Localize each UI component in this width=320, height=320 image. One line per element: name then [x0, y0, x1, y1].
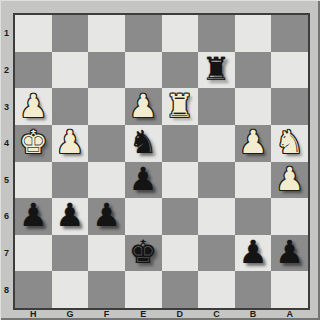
square-e7[interactable]: ♚: [125, 235, 162, 272]
square-b3[interactable]: [235, 88, 272, 125]
square-c5[interactable]: [198, 162, 235, 199]
square-b8[interactable]: [235, 271, 272, 308]
rank-label-6: 6: [0, 198, 13, 235]
square-d8[interactable]: [162, 271, 199, 308]
square-f1[interactable]: [88, 15, 125, 52]
black-pawn-a7[interactable]: ♟: [275, 236, 304, 268]
square-c6[interactable]: [198, 198, 235, 235]
square-b2[interactable]: [235, 52, 272, 89]
square-d6[interactable]: [162, 198, 199, 235]
square-b6[interactable]: [235, 198, 272, 235]
square-h2[interactable]: [15, 52, 52, 89]
rank-label-1: 1: [0, 15, 13, 52]
square-b7[interactable]: ♟: [235, 235, 272, 272]
file-label-D: D: [162, 309, 199, 319]
rank-label-5: 5: [0, 162, 13, 199]
square-a4[interactable]: ♞: [271, 125, 308, 162]
square-e2[interactable]: [125, 52, 162, 89]
square-f7[interactable]: [88, 235, 125, 272]
square-d1[interactable]: [162, 15, 199, 52]
black-pawn-g6[interactable]: ♟: [56, 199, 85, 231]
file-label-C: C: [198, 309, 235, 319]
square-f2[interactable]: [88, 52, 125, 89]
square-h4[interactable]: ♚: [15, 125, 52, 162]
square-g8[interactable]: [52, 271, 89, 308]
square-a7[interactable]: ♟: [271, 235, 308, 272]
file-label-G: G: [52, 309, 89, 319]
white-pawn-b4[interactable]: ♟: [239, 126, 268, 158]
square-h1[interactable]: [15, 15, 52, 52]
square-f5[interactable]: [88, 162, 125, 199]
square-b4[interactable]: ♟: [235, 125, 272, 162]
square-f3[interactable]: [88, 88, 125, 125]
white-pawn-h3[interactable]: ♟: [19, 90, 48, 122]
square-c4[interactable]: [198, 125, 235, 162]
black-king-e7[interactable]: ♚: [129, 236, 158, 268]
white-pawn-g4[interactable]: ♟: [56, 126, 85, 158]
square-d2[interactable]: [162, 52, 199, 89]
square-h3[interactable]: ♟: [15, 88, 52, 125]
black-pawn-f6[interactable]: ♟: [92, 199, 121, 231]
rank-label-8: 8: [0, 271, 13, 308]
square-g7[interactable]: [52, 235, 89, 272]
chessboard-frame: ♜♟♟♜♚♟♞♟♞♟♟♟♟♟♚♟♟ 12345678HGFEDCBA: [0, 0, 320, 320]
square-g2[interactable]: [52, 52, 89, 89]
square-d7[interactable]: [162, 235, 199, 272]
square-c8[interactable]: [198, 271, 235, 308]
square-a2[interactable]: [271, 52, 308, 89]
square-h6[interactable]: ♟: [15, 198, 52, 235]
square-c3[interactable]: [198, 88, 235, 125]
rank-label-3: 3: [0, 88, 13, 125]
chess-board: ♜♟♟♜♚♟♞♟♞♟♟♟♟♟♚♟♟: [13, 13, 310, 310]
square-c1[interactable]: [198, 15, 235, 52]
square-e6[interactable]: [125, 198, 162, 235]
white-pawn-e3[interactable]: ♟: [129, 90, 158, 122]
square-b5[interactable]: [235, 162, 272, 199]
square-c2[interactable]: ♜: [198, 52, 235, 89]
white-rook-d3[interactable]: ♜: [165, 90, 194, 122]
square-h8[interactable]: [15, 271, 52, 308]
square-e3[interactable]: ♟: [125, 88, 162, 125]
square-h5[interactable]: [15, 162, 52, 199]
square-e1[interactable]: [125, 15, 162, 52]
square-h7[interactable]: [15, 235, 52, 272]
square-e8[interactable]: [125, 271, 162, 308]
white-knight-a4[interactable]: ♞: [275, 126, 304, 158]
black-pawn-h6[interactable]: ♟: [19, 199, 48, 231]
black-rook-c2[interactable]: ♜: [202, 53, 231, 85]
square-f8[interactable]: [88, 271, 125, 308]
square-e5[interactable]: ♟: [125, 162, 162, 199]
square-g3[interactable]: [52, 88, 89, 125]
square-e4[interactable]: ♞: [125, 125, 162, 162]
square-f6[interactable]: ♟: [88, 198, 125, 235]
rank-label-4: 4: [0, 125, 13, 162]
file-label-F: F: [88, 309, 125, 319]
file-label-A: A: [271, 309, 308, 319]
square-g5[interactable]: [52, 162, 89, 199]
black-knight-e4[interactable]: ♞: [129, 126, 158, 158]
white-king-h4[interactable]: ♚: [19, 126, 48, 158]
rank-label-7: 7: [0, 235, 13, 272]
black-pawn-b7[interactable]: ♟: [239, 236, 268, 268]
square-a6[interactable]: [271, 198, 308, 235]
file-label-B: B: [235, 309, 272, 319]
black-pawn-e5[interactable]: ♟: [129, 163, 158, 195]
square-f4[interactable]: [88, 125, 125, 162]
rank-label-2: 2: [0, 52, 13, 89]
square-a5[interactable]: ♟: [271, 162, 308, 199]
square-c7[interactable]: [198, 235, 235, 272]
file-label-E: E: [125, 309, 162, 319]
square-g4[interactable]: ♟: [52, 125, 89, 162]
square-a3[interactable]: [271, 88, 308, 125]
square-a1[interactable]: [271, 15, 308, 52]
square-a8[interactable]: [271, 271, 308, 308]
square-d4[interactable]: [162, 125, 199, 162]
square-b1[interactable]: [235, 15, 272, 52]
white-pawn-a5[interactable]: ♟: [275, 163, 304, 195]
square-d3[interactable]: ♜: [162, 88, 199, 125]
square-g1[interactable]: [52, 15, 89, 52]
square-d5[interactable]: [162, 162, 199, 199]
file-label-H: H: [15, 309, 52, 319]
square-g6[interactable]: ♟: [52, 198, 89, 235]
